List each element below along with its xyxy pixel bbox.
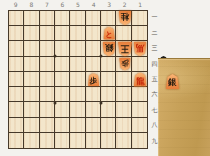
piece-33-gote[interactable]: 銀 (103, 41, 116, 56)
piece-kanji: 歩 (121, 59, 129, 69)
file-label-9: 9 (8, 1, 24, 9)
file-label-6: 6 (55, 1, 71, 9)
rank-label-1: 一 (150, 10, 159, 25)
piece-face: 桂 (118, 10, 131, 25)
piece-kanji: 桂 (120, 12, 129, 23)
file-label-8: 8 (24, 1, 40, 9)
rank-label-3: 三 (150, 41, 159, 56)
piece-face: 龍 (134, 72, 147, 87)
shogi-board: 987654321 一二三四五六七八九 桂と銀王馬歩歩龍 (8, 10, 148, 149)
piece-13-gote[interactable]: 馬 (134, 41, 147, 56)
file-label-2: 2 (117, 1, 133, 9)
piece-kanji: 龍 (136, 74, 145, 85)
file-label-7: 7 (39, 1, 55, 9)
piece-kanji: 銀 (168, 76, 177, 87)
file-label-3: 3 (101, 1, 117, 9)
file-label-4: 4 (86, 1, 102, 9)
file-labels: 987654321 (8, 1, 148, 9)
piece-kanji: 銀 (105, 43, 114, 54)
rank-label-2: 二 (150, 25, 159, 40)
piece-45-sente[interactable]: 歩 (88, 73, 100, 86)
hand-piece-銀[interactable]: 銀 (166, 74, 179, 89)
piece-kanji: 馬 (136, 43, 145, 54)
piece-32-sente[interactable]: と (103, 27, 115, 40)
piece-face: 銀 (166, 74, 179, 89)
piece-24-gote[interactable]: 歩 (119, 58, 131, 71)
piece-kanji: と (105, 28, 113, 38)
sente-komadai (158, 58, 210, 156)
piece-face: 歩 (119, 58, 131, 71)
piece-kanji: 歩 (90, 75, 98, 85)
pieces-layer: 桂と銀王馬歩歩龍 (8, 10, 148, 149)
piece-21-gote[interactable]: 桂 (118, 10, 131, 25)
file-label-5: 5 (70, 1, 86, 9)
piece-face: 王 (118, 41, 132, 56)
piece-face: と (103, 27, 115, 40)
piece-23-gote[interactable]: 王 (118, 41, 132, 56)
piece-face: 歩 (88, 73, 100, 86)
piece-face: 馬 (134, 41, 147, 56)
piece-15-sente[interactable]: 龍 (134, 72, 147, 87)
piece-face: 銀 (103, 41, 116, 56)
file-label-1: 1 (133, 1, 149, 9)
piece-kanji: 王 (120, 43, 129, 54)
shogi-kifu-viewer: 987654321 一二三四五六七八九 桂と銀王馬歩歩龍 銀 (0, 0, 210, 156)
